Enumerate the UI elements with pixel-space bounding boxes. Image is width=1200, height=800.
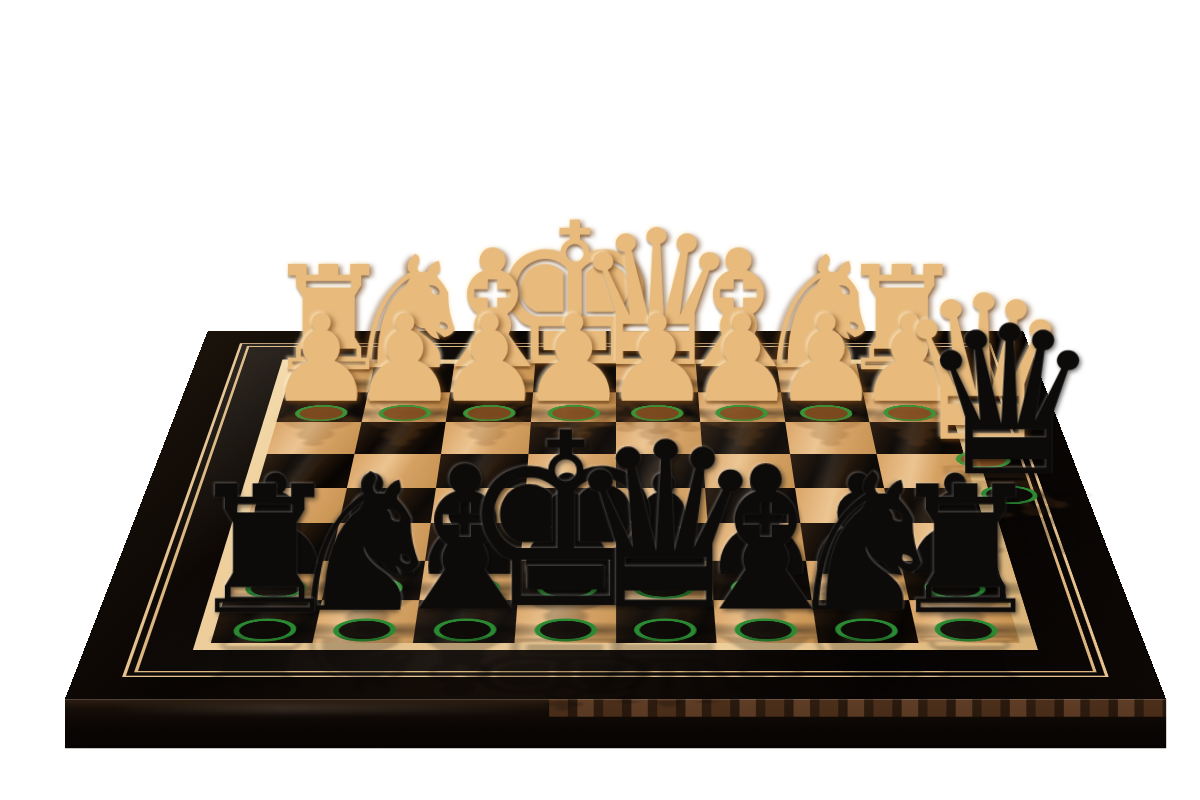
chess-board: ♜♞♝♚♛♝♞♜♟♟♟♟♟♟♟♟♟♟♟♟♟♟♟♟♜♞♝♚♛♝♞♜♛♛ ♜♞♝♚♛… bbox=[65, 331, 1166, 699]
pieces-layer: ♜♞♝♚♛♝♞♜♟♟♟♟♟♟♟♟♟♟♟♟♟♟♟♟♜♞♝♚♛♝♞♜♛♛ bbox=[65, 331, 1166, 699]
square-h1[interactable] bbox=[285, 364, 374, 392]
square-c1[interactable] bbox=[696, 364, 781, 392]
black-rook-glyph: ♜ bbox=[186, 471, 344, 630]
black-queen-glyph: ♛ bbox=[563, 424, 768, 630]
square-b2[interactable] bbox=[781, 392, 870, 422]
square-g2[interactable] bbox=[361, 392, 450, 422]
square-b1[interactable] bbox=[776, 364, 863, 392]
black-rook-glyph: ♜ bbox=[887, 471, 1045, 630]
chess-board-scene: ♜♞♝♚♛♝♞♜♟♟♟♟♟♟♟♟♟♟♟♟♟♟♟♟♜♞♝♚♛♝♞♜♛♛ ♜♞♝♚♛… bbox=[147, 19, 1084, 800]
square-h2[interactable] bbox=[276, 392, 367, 422]
board-edge-gloss-highlight bbox=[109, 704, 549, 713]
square-g1[interactable] bbox=[368, 364, 455, 392]
photo-background: ♜♞♝♚♛♝♞♜♟♟♟♟♟♟♟♟♟♟♟♟♟♟♟♟♜♞♝♚♛♝♞♜♛♛ ♜♞♝♚♛… bbox=[0, 0, 1200, 800]
board-front-edge bbox=[65, 699, 1166, 748]
board-edge-wood-grain bbox=[549, 699, 1166, 717]
